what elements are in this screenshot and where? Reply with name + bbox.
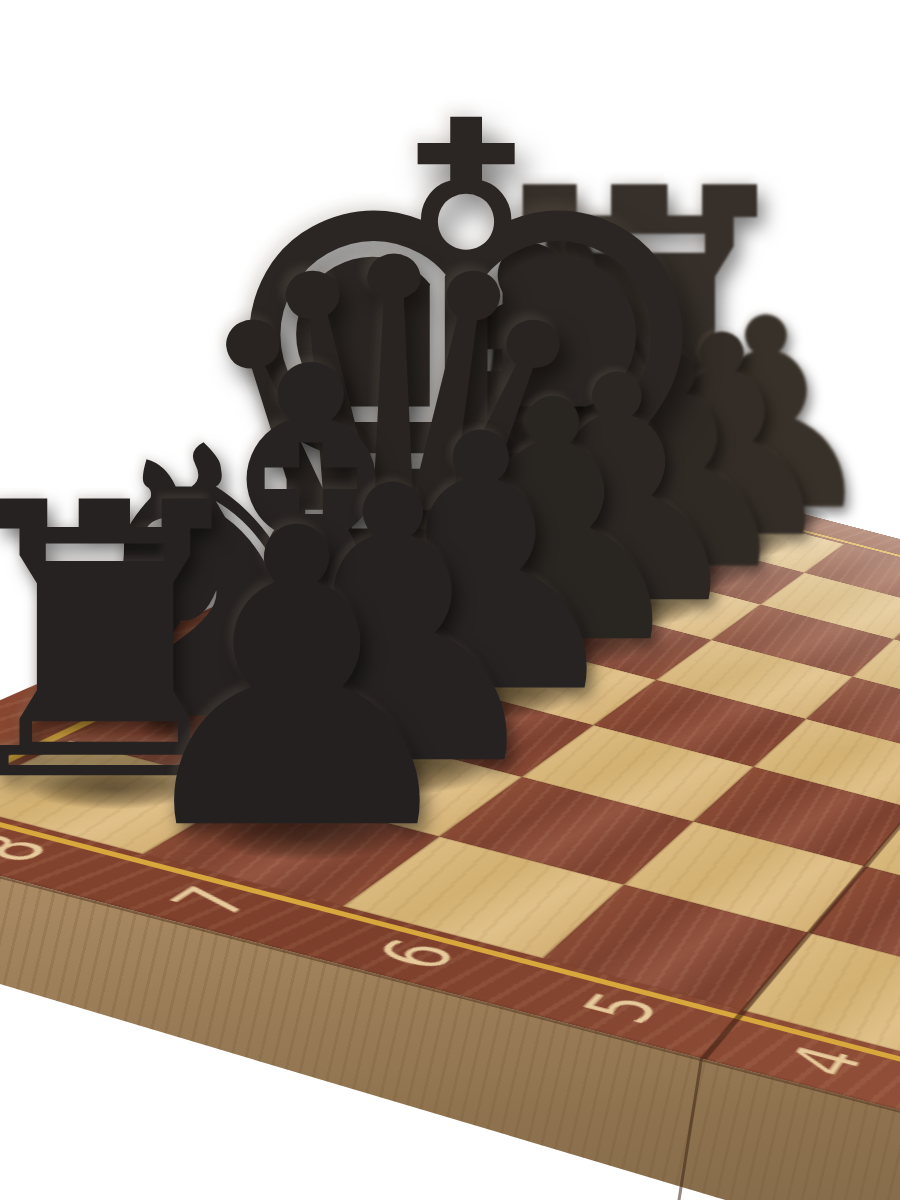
product-photo-stage: hgfedcba 87654321 ♜♞♝♛♚♝♞♜♟♟♟♟♟♟♟♟ [0,0,900,1200]
piece-black-pawn-a7: ♟ [113,476,481,886]
